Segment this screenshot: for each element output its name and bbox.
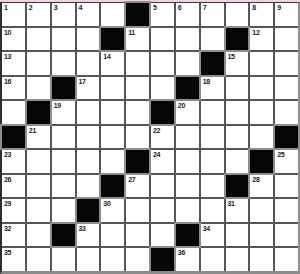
cell-r7c9[interactable] [201, 150, 224, 173]
clue-number: 6 [178, 4, 182, 11]
cell-r2c11[interactable]: 12 [250, 28, 273, 51]
cell-r10c4[interactable]: 33 [77, 224, 100, 247]
cell-r10c1[interactable]: 32 [2, 224, 25, 247]
cell-r8c6[interactable]: 27 [126, 175, 149, 198]
cell-r10c10[interactable] [226, 224, 249, 247]
cell-r6c9[interactable] [201, 126, 224, 149]
clue-number: 7 [203, 4, 207, 11]
black-cell-r5c7 [151, 101, 174, 124]
cell-r11c5[interactable] [101, 248, 124, 271]
cell-r8c1[interactable]: 26 [2, 175, 25, 198]
cell-r4c5[interactable] [101, 77, 124, 100]
black-cell-r8c5 [101, 175, 124, 198]
cell-r2c12[interactable] [275, 28, 298, 51]
cell-r11c8[interactable]: 36 [176, 248, 199, 271]
clue-number: 34 [203, 225, 210, 232]
cell-r9c9[interactable] [201, 199, 224, 222]
black-cell-r8c10 [226, 175, 249, 198]
cell-r5c1[interactable] [2, 101, 25, 124]
cell-r7c12[interactable]: 25 [275, 150, 298, 173]
cell-r2c6[interactable]: 11 [126, 28, 149, 51]
cell-r3c12[interactable] [275, 52, 298, 75]
cell-r9c8[interactable] [176, 199, 199, 222]
black-cell-r5c2 [27, 101, 50, 124]
cell-r5c5[interactable] [101, 101, 124, 124]
cell-r8c11[interactable]: 28 [250, 175, 273, 198]
cell-r3c1[interactable]: 13 [2, 52, 25, 75]
cell-r11c1[interactable]: 35 [2, 248, 25, 271]
cell-r7c3[interactable] [52, 150, 75, 173]
cell-r7c10[interactable] [226, 150, 249, 173]
cell-r5c8[interactable]: 20 [176, 101, 199, 124]
cell-r1c10[interactable] [226, 3, 249, 26]
black-cell-r1c6 [126, 3, 149, 26]
black-cell-r6c1 [2, 126, 25, 149]
cell-r9c6[interactable] [126, 199, 149, 222]
cell-r11c3[interactable] [52, 248, 75, 271]
cell-r10c2[interactable] [27, 224, 50, 247]
cell-r1c9[interactable]: 7 [201, 3, 224, 26]
clue-number: 19 [54, 102, 61, 109]
cell-r2c8[interactable] [176, 28, 199, 51]
cell-r11c12[interactable] [275, 248, 298, 271]
clue-number: 26 [4, 176, 11, 183]
cell-r4c10[interactable] [226, 77, 249, 100]
cell-r7c1[interactable]: 23 [2, 150, 25, 173]
cell-r11c2[interactable] [27, 248, 50, 271]
cell-r10c9[interactable]: 34 [201, 224, 224, 247]
cell-r2c3[interactable] [52, 28, 75, 51]
clue-number: 36 [178, 249, 185, 256]
clue-number: 29 [4, 200, 11, 207]
cell-r1c1[interactable]: 1 [2, 3, 25, 26]
cell-r11c6[interactable] [126, 248, 149, 271]
cell-r1c7[interactable]: 5 [151, 3, 174, 26]
clue-number: 22 [153, 127, 160, 134]
cell-r4c12[interactable] [275, 77, 298, 100]
clue-number: 5 [153, 4, 157, 11]
cell-r6c7[interactable]: 22 [151, 126, 174, 149]
cell-r8c8[interactable] [176, 175, 199, 198]
clue-number: 33 [79, 225, 86, 232]
clue-number: 18 [203, 78, 210, 85]
black-cell-r7c11 [250, 150, 273, 173]
cell-r8c3[interactable] [52, 175, 75, 198]
clue-number: 21 [29, 127, 36, 134]
clue-number: 10 [4, 29, 11, 36]
cell-r9c7[interactable] [151, 199, 174, 222]
cell-r1c4[interactable]: 4 [77, 3, 100, 26]
cell-r9c2[interactable] [27, 199, 50, 222]
cell-r2c4[interactable] [77, 28, 100, 51]
cell-r6c11[interactable] [250, 126, 273, 149]
cell-r9c5[interactable]: 30 [101, 199, 124, 222]
cell-r2c2[interactable] [27, 28, 50, 51]
clue-number: 35 [4, 249, 11, 256]
cell-r9c3[interactable] [52, 199, 75, 222]
clue-number: 2 [29, 4, 33, 11]
cell-r8c7[interactable] [151, 175, 174, 198]
black-cell-r4c3 [52, 77, 75, 100]
cell-r4c6[interactable] [126, 77, 149, 100]
clue-number: 31 [228, 200, 235, 207]
cell-r10c6[interactable] [126, 224, 149, 247]
cell-r10c11[interactable] [250, 224, 273, 247]
cell-r1c12[interactable]: 9 [275, 3, 298, 26]
cell-r3c4[interactable] [77, 52, 100, 75]
cell-r10c12[interactable] [275, 224, 298, 247]
cell-r5c4[interactable] [77, 101, 100, 124]
clue-number: 25 [277, 151, 284, 158]
cell-r5c9[interactable] [201, 101, 224, 124]
clue-number: 13 [4, 53, 11, 60]
clue-number: 17 [79, 78, 86, 85]
cell-r6c6[interactable] [126, 126, 149, 149]
cell-r6c4[interactable] [77, 126, 100, 149]
cell-r6c8[interactable] [176, 126, 199, 149]
clue-number: 16 [4, 78, 11, 85]
black-cell-r7c6 [126, 150, 149, 173]
clue-number: 12 [252, 29, 259, 36]
clue-number: 23 [4, 151, 11, 158]
cell-r8c9[interactable] [201, 175, 224, 198]
clue-number: 15 [228, 53, 235, 60]
clue-number: 11 [128, 29, 135, 36]
cell-r5c6[interactable] [126, 101, 149, 124]
clue-number: 32 [4, 225, 11, 232]
cell-r3c6[interactable] [126, 52, 149, 75]
cell-r3c3[interactable] [52, 52, 75, 75]
cell-r5c12[interactable] [275, 101, 298, 124]
cell-r8c4[interactable] [77, 175, 100, 198]
cell-r11c11[interactable] [250, 248, 273, 271]
cell-r2c7[interactable] [151, 28, 174, 51]
crossword-page: 1234567891011121314151617181920212223242… [0, 0, 300, 274]
cell-r9c1[interactable]: 29 [2, 199, 25, 222]
clue-number: 24 [153, 151, 160, 158]
cell-r4c1[interactable]: 16 [2, 77, 25, 100]
black-cell-r9c4 [77, 199, 100, 222]
cell-r10c7[interactable] [151, 224, 174, 247]
clue-number: 1 [4, 4, 8, 11]
cell-r11c9[interactable] [201, 248, 224, 271]
cell-r3c5[interactable]: 14 [101, 52, 124, 75]
black-cell-r10c3 [52, 224, 75, 247]
cell-r8c2[interactable] [27, 175, 50, 198]
cell-r2c9[interactable] [201, 28, 224, 51]
cell-r4c7[interactable] [151, 77, 174, 100]
clue-number: 9 [277, 4, 281, 11]
cell-r8c12[interactable] [275, 175, 298, 198]
cell-r4c9[interactable]: 18 [201, 77, 224, 100]
clue-number: 20 [178, 102, 185, 109]
cell-r3c10[interactable]: 15 [226, 52, 249, 75]
cell-r6c3[interactable] [52, 126, 75, 149]
cell-r3c7[interactable] [151, 52, 174, 75]
cell-r7c4[interactable] [77, 150, 100, 173]
cell-r5c3[interactable]: 19 [52, 101, 75, 124]
black-cell-r11c7 [151, 248, 174, 271]
cell-r9c12[interactable] [275, 199, 298, 222]
black-cell-r2c10 [226, 28, 249, 51]
cell-r7c2[interactable] [27, 150, 50, 173]
cell-r1c5[interactable] [101, 3, 124, 26]
clue-number: 27 [128, 176, 135, 183]
clue-number: 4 [79, 4, 83, 11]
clue-number: 8 [252, 4, 256, 11]
cell-r11c4[interactable] [77, 248, 100, 271]
cell-r6c5[interactable] [101, 126, 124, 149]
cell-r4c11[interactable] [250, 77, 273, 100]
cell-r6c10[interactable] [226, 126, 249, 149]
cell-r4c4[interactable]: 17 [77, 77, 100, 100]
cell-r3c11[interactable] [250, 52, 273, 75]
cell-r7c8[interactable] [176, 150, 199, 173]
cell-r10c5[interactable] [101, 224, 124, 247]
clue-number: 28 [252, 176, 259, 183]
black-cell-r2c5 [101, 28, 124, 51]
cell-r1c8[interactable]: 6 [176, 3, 199, 26]
black-cell-r6c12 [275, 126, 298, 149]
cell-r9c11[interactable] [250, 199, 273, 222]
black-cell-r4c8 [176, 77, 199, 100]
cell-r3c2[interactable] [27, 52, 50, 75]
cell-r5c11[interactable] [250, 101, 273, 124]
cell-r2c1[interactable]: 10 [2, 28, 25, 51]
cell-r3c8[interactable] [176, 52, 199, 75]
cell-r1c11[interactable]: 8 [250, 3, 273, 26]
cell-r7c7[interactable]: 24 [151, 150, 174, 173]
cell-r11c10[interactable] [226, 248, 249, 271]
black-cell-r10c8 [176, 224, 199, 247]
clue-number: 3 [54, 4, 58, 11]
cell-r9c10[interactable]: 31 [226, 199, 249, 222]
cell-r4c2[interactable] [27, 77, 50, 100]
cell-r6c2[interactable]: 21 [27, 126, 50, 149]
cell-r5c10[interactable] [226, 101, 249, 124]
crossword-grid: 1234567891011121314151617181920212223242… [0, 2, 300, 274]
cell-r1c2[interactable]: 2 [27, 3, 50, 26]
cell-r7c5[interactable] [101, 150, 124, 173]
clue-number: 14 [103, 53, 110, 60]
black-cell-r3c9 [201, 52, 224, 75]
cell-r1c3[interactable]: 3 [52, 3, 75, 26]
clue-number: 30 [103, 200, 110, 207]
